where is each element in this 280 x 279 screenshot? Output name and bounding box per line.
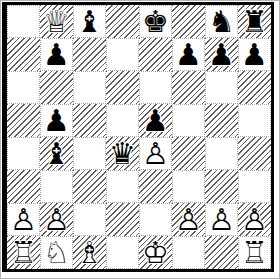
piece-glyph: ♙ xyxy=(8,204,39,235)
square-d6[interactable] xyxy=(106,71,139,104)
square-d3[interactable] xyxy=(106,170,139,203)
piece-black-pawn: ♟ xyxy=(139,104,172,137)
piece-glyph: ♗ xyxy=(73,236,106,269)
piece-white-rook: ♜♖ xyxy=(7,236,40,269)
piece-glyph: ♙ xyxy=(206,204,237,235)
square-e2[interactable] xyxy=(139,203,172,236)
square-f5[interactable] xyxy=(172,104,205,137)
piece-glyph: ♜ xyxy=(238,5,271,38)
square-g8[interactable]: ♞ xyxy=(205,5,238,38)
piece-glyph: ♟ xyxy=(173,39,204,70)
square-e6[interactable] xyxy=(139,71,172,104)
piece-glyph: ♝ xyxy=(74,6,105,37)
chess-diagram: ♛♕♝♚♞♜♟♟♟♟♟♟♝♛♟♙♟♙♟♙♟♙♟♙♟♙♜♖♞♘♝♗♚♔♜♖ xyxy=(0,0,280,279)
piece-glyph: ♟ xyxy=(139,104,172,137)
square-h3[interactable] xyxy=(238,170,271,203)
piece-black-pawn: ♟ xyxy=(173,39,204,70)
square-c1[interactable]: ♝♗ xyxy=(73,236,106,269)
square-h5[interactable] xyxy=(238,104,271,137)
square-d2[interactable] xyxy=(106,203,139,236)
piece-white-bishop: ♝♗ xyxy=(73,236,106,269)
square-a7[interactable] xyxy=(7,38,40,71)
piece-black-king: ♚ xyxy=(140,6,171,37)
piece-white-rook: ♜♖ xyxy=(239,237,270,268)
square-g3[interactable] xyxy=(205,170,238,203)
square-b3[interactable] xyxy=(40,170,73,203)
square-a5[interactable] xyxy=(7,104,40,137)
square-e4[interactable]: ♟♙ xyxy=(139,137,172,170)
square-h2[interactable]: ♟♙ xyxy=(238,203,271,236)
square-d5[interactable] xyxy=(106,104,139,137)
piece-white-queen: ♛♕ xyxy=(40,5,73,38)
square-d1[interactable] xyxy=(106,236,139,269)
square-g5[interactable] xyxy=(205,104,238,137)
piece-glyph: ♙ xyxy=(40,203,73,236)
square-c4[interactable] xyxy=(73,137,106,170)
square-f3[interactable] xyxy=(172,170,205,203)
piece-glyph: ♙ xyxy=(172,203,205,236)
piece-black-queen: ♛ xyxy=(106,137,139,170)
piece-glyph: ♖ xyxy=(239,237,270,268)
piece-black-pawn: ♟ xyxy=(41,105,72,136)
square-f4[interactable] xyxy=(172,137,205,170)
square-g6[interactable] xyxy=(205,71,238,104)
piece-black-pawn: ♟ xyxy=(41,39,72,70)
square-c2[interactable] xyxy=(73,203,106,236)
piece-white-king: ♚♔ xyxy=(139,236,172,269)
square-h7[interactable]: ♟ xyxy=(238,38,271,71)
piece-black-bishop: ♝ xyxy=(74,6,105,37)
piece-glyph: ♝ xyxy=(40,137,73,170)
square-g2[interactable]: ♟♙ xyxy=(205,203,238,236)
piece-glyph: ♘ xyxy=(41,237,72,268)
piece-glyph: ♙ xyxy=(140,138,171,169)
square-a2[interactable]: ♟♙ xyxy=(7,203,40,236)
square-b4[interactable]: ♝ xyxy=(40,137,73,170)
square-f1[interactable] xyxy=(172,236,205,269)
piece-white-knight: ♞♘ xyxy=(41,237,72,268)
piece-black-bishop: ♝ xyxy=(40,137,73,170)
square-e8[interactable]: ♚ xyxy=(139,5,172,38)
piece-white-pawn: ♟♙ xyxy=(172,203,205,236)
square-b1[interactable]: ♞♘ xyxy=(40,236,73,269)
piece-white-pawn: ♟♙ xyxy=(238,203,271,236)
square-h6[interactable] xyxy=(238,71,271,104)
square-c3[interactable] xyxy=(73,170,106,203)
piece-black-rook: ♜ xyxy=(238,5,271,38)
square-g1[interactable] xyxy=(205,236,238,269)
square-e7[interactable] xyxy=(139,38,172,71)
piece-glyph: ♕ xyxy=(40,5,73,38)
square-a1[interactable]: ♜♖ xyxy=(7,236,40,269)
piece-glyph: ♞ xyxy=(206,6,237,37)
square-c7[interactable] xyxy=(73,38,106,71)
piece-white-pawn: ♟♙ xyxy=(206,204,237,235)
square-e1[interactable]: ♚♔ xyxy=(139,236,172,269)
square-f2[interactable]: ♟♙ xyxy=(172,203,205,236)
square-b5[interactable]: ♟ xyxy=(40,104,73,137)
square-a4[interactable] xyxy=(7,137,40,170)
square-d7[interactable] xyxy=(106,38,139,71)
piece-white-pawn: ♟♙ xyxy=(140,138,171,169)
square-a6[interactable] xyxy=(7,71,40,104)
piece-glyph: ♖ xyxy=(7,236,40,269)
chess-board: ♛♕♝♚♞♜♟♟♟♟♟♟♝♛♟♙♟♙♟♙♟♙♟♙♟♙♜♖♞♘♝♗♚♔♜♖ xyxy=(2,2,274,272)
square-b6[interactable] xyxy=(40,71,73,104)
piece-white-pawn: ♟♙ xyxy=(8,204,39,235)
piece-glyph: ♟ xyxy=(41,105,72,136)
square-b2[interactable]: ♟♙ xyxy=(40,203,73,236)
square-g4[interactable] xyxy=(205,137,238,170)
square-d8[interactable] xyxy=(106,5,139,38)
square-e3[interactable] xyxy=(139,170,172,203)
piece-glyph: ♛ xyxy=(106,137,139,170)
piece-glyph: ♟ xyxy=(239,39,270,70)
square-h8[interactable]: ♜ xyxy=(238,5,271,38)
square-d4[interactable]: ♛ xyxy=(106,137,139,170)
square-f7[interactable]: ♟ xyxy=(172,38,205,71)
piece-black-pawn: ♟ xyxy=(239,39,270,70)
square-b8[interactable]: ♛♕ xyxy=(40,5,73,38)
piece-glyph: ♔ xyxy=(139,236,172,269)
square-a8[interactable] xyxy=(7,5,40,38)
square-h4[interactable] xyxy=(238,137,271,170)
piece-glyph: ♙ xyxy=(238,203,271,236)
piece-glyph: ♚ xyxy=(140,6,171,37)
square-f6[interactable] xyxy=(172,71,205,104)
piece-glyph: ♟ xyxy=(41,39,72,70)
square-h1[interactable]: ♜♖ xyxy=(238,236,271,269)
piece-white-pawn: ♟♙ xyxy=(40,203,73,236)
square-c6[interactable] xyxy=(73,71,106,104)
square-c5[interactable] xyxy=(73,104,106,137)
piece-black-pawn: ♟ xyxy=(205,38,238,71)
square-f8[interactable] xyxy=(172,5,205,38)
piece-black-knight: ♞ xyxy=(206,6,237,37)
square-b7[interactable]: ♟ xyxy=(40,38,73,71)
square-a3[interactable] xyxy=(7,170,40,203)
square-c8[interactable]: ♝ xyxy=(73,5,106,38)
square-g7[interactable]: ♟ xyxy=(205,38,238,71)
square-e5[interactable]: ♟ xyxy=(139,104,172,137)
piece-glyph: ♟ xyxy=(205,38,238,71)
